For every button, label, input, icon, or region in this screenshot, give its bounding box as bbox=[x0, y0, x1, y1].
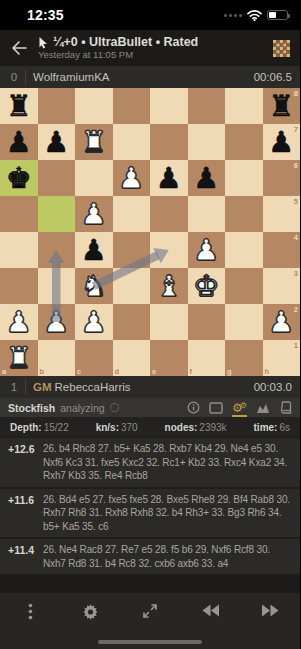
black-pawn: ♟ bbox=[150, 160, 188, 196]
black-pawn: ♟ bbox=[38, 124, 76, 160]
square-d5[interactable] bbox=[113, 196, 151, 232]
rank-label-6: 6 bbox=[294, 162, 298, 170]
square-b8[interactable] bbox=[38, 88, 76, 124]
engine-stat-nodes: nodes:2393k bbox=[165, 422, 227, 433]
black-king: ♚ bbox=[0, 160, 38, 196]
square-g4[interactable] bbox=[225, 232, 263, 268]
fast-forward-icon[interactable] bbox=[240, 593, 300, 618]
square-c4[interactable]: ♟ bbox=[75, 232, 113, 268]
square-d7[interactable] bbox=[113, 124, 151, 160]
square-c7[interactable]: ♜ bbox=[75, 124, 113, 160]
white-pawn: ♟ bbox=[113, 160, 151, 196]
square-f3[interactable]: ♚ bbox=[188, 268, 226, 304]
square-c2[interactable]: ♟ bbox=[75, 304, 113, 340]
square-e7[interactable] bbox=[150, 124, 188, 160]
file-label-a: a bbox=[2, 368, 6, 376]
player-name-bottom[interactable]: GMRebeccaHarris bbox=[33, 381, 254, 393]
engine-bar: Stockfish analyzing ⚙⚙ bbox=[0, 398, 300, 417]
square-a8[interactable]: ♜ bbox=[0, 88, 38, 124]
square-b2[interactable]: ♟ bbox=[38, 304, 76, 340]
square-h3[interactable]: 3 bbox=[263, 268, 301, 304]
info-icon[interactable] bbox=[187, 398, 200, 417]
square-e4[interactable] bbox=[150, 232, 188, 268]
square-b1[interactable]: b bbox=[38, 340, 76, 376]
square-e3[interactable]: ♝ bbox=[150, 268, 188, 304]
square-b4[interactable] bbox=[38, 232, 76, 268]
square-g6[interactable] bbox=[225, 160, 263, 196]
black-pawn: ♟ bbox=[75, 232, 113, 268]
file-label-d: d bbox=[115, 368, 120, 376]
book-icon[interactable] bbox=[279, 398, 292, 417]
engine-line-2[interactable]: +11.626. Bd4 e5 27. fxe5 fxe5 28. Bxe5 R… bbox=[0, 489, 300, 540]
square-h4[interactable]: 4 bbox=[263, 232, 301, 268]
square-d8[interactable] bbox=[113, 88, 151, 124]
status-bar: 12:35 bbox=[0, 0, 300, 30]
square-c8[interactable] bbox=[75, 88, 113, 124]
game-date: Yesterday at 11:05 PM bbox=[38, 50, 198, 61]
square-h1[interactable]: 1h bbox=[263, 340, 301, 376]
square-a2[interactable]: ♟ bbox=[0, 304, 38, 340]
square-f4[interactable]: ♟ bbox=[188, 232, 226, 268]
square-a5[interactable] bbox=[0, 196, 38, 232]
board-icon[interactable] bbox=[209, 398, 223, 417]
engine-name: Stockfish bbox=[8, 402, 55, 414]
engine-tabs: ⚙⚙ bbox=[187, 398, 292, 417]
square-b7[interactable]: ♟ bbox=[38, 124, 76, 160]
analyzing-spinner bbox=[110, 403, 119, 412]
square-g2[interactable] bbox=[225, 304, 263, 340]
engine-lines: +12.626. b4 Rhc8 27. b5+ Ka5 28. Rxb7 Kb… bbox=[0, 438, 300, 576]
rank-label-7: 7 bbox=[294, 126, 298, 134]
square-g8[interactable] bbox=[225, 88, 263, 124]
square-h2[interactable]: 2♟ bbox=[263, 304, 301, 340]
player-name-top[interactable]: WolframiumKA bbox=[33, 71, 254, 83]
square-b5[interactable] bbox=[38, 196, 76, 232]
square-h7[interactable]: 7♟ bbox=[263, 124, 301, 160]
square-e1[interactable]: e bbox=[150, 340, 188, 376]
square-c5[interactable]: ♟ bbox=[75, 196, 113, 232]
square-f2[interactable] bbox=[188, 304, 226, 340]
settings-gear-icon[interactable] bbox=[60, 593, 120, 620]
engine-stat-time: time:6s bbox=[254, 422, 290, 433]
square-a6[interactable]: ♚ bbox=[0, 160, 38, 196]
square-b6[interactable] bbox=[38, 160, 76, 196]
wifi-icon bbox=[247, 10, 262, 21]
cellular-icon bbox=[224, 14, 242, 17]
square-c3[interactable]: ♞ bbox=[75, 268, 113, 304]
square-d3[interactable] bbox=[113, 268, 151, 304]
white-knight: ♞ bbox=[75, 268, 113, 304]
rewind-icon[interactable] bbox=[180, 593, 240, 618]
engine-stat-depth: Depth:15/22 bbox=[10, 422, 69, 433]
square-b3[interactable] bbox=[38, 268, 76, 304]
player-bar-top: 0 WolframiumKA 00:06.5 bbox=[0, 66, 300, 88]
rank-label-8: 8 bbox=[294, 90, 298, 98]
rank-label-3: 3 bbox=[294, 270, 298, 278]
analysis-screen: 12:35 ¼+ bbox=[0, 0, 300, 649]
square-f1[interactable]: f bbox=[188, 340, 226, 376]
file-label-f: f bbox=[190, 368, 193, 376]
rank-label-1: 1 bbox=[294, 342, 298, 350]
ultrabullet-icon bbox=[38, 36, 49, 49]
game-title: ¼+0 • UltraBullet • Rated bbox=[53, 35, 198, 49]
rank-label-4: 4 bbox=[294, 234, 298, 242]
line-moves: 26. Bd4 e5 27. fxe5 fxe5 28. Bxe5 Rhe8 2… bbox=[43, 493, 292, 534]
back-button[interactable] bbox=[10, 40, 36, 56]
black-pawn: ♟ bbox=[188, 160, 226, 196]
square-f7[interactable] bbox=[188, 124, 226, 160]
battery-icon bbox=[267, 10, 288, 20]
engine-status: analyzing bbox=[60, 402, 104, 414]
player-clock-bottom: 00:03.0 bbox=[254, 381, 292, 393]
square-d4[interactable] bbox=[113, 232, 151, 268]
rank-label-5: 5 bbox=[294, 198, 298, 206]
back-arrow-icon bbox=[10, 40, 28, 56]
line-moves: 26. b4 Rhc8 27. b5+ Ka5 28. Rxb7 Kb4 29.… bbox=[43, 442, 292, 483]
menu-kebab-icon[interactable] bbox=[0, 593, 60, 620]
white-pawn: ♟ bbox=[0, 304, 38, 340]
square-h5[interactable]: 5 bbox=[263, 196, 301, 232]
white-pawn: ♟ bbox=[188, 232, 226, 268]
expand-icon[interactable] bbox=[120, 593, 180, 619]
square-c6[interactable] bbox=[75, 160, 113, 196]
square-h8[interactable]: 8♜ bbox=[263, 88, 301, 124]
engine-gears-icon[interactable]: ⚙⚙ bbox=[232, 398, 247, 417]
square-a7[interactable]: ♟ bbox=[0, 124, 38, 160]
player-clock-top: 00:06.5 bbox=[254, 71, 292, 83]
white-pawn: ♟ bbox=[75, 304, 113, 340]
engine-stats: Depth:15/22kn/s:370nodes:2393ktime:6s bbox=[0, 417, 300, 438]
chart-icon[interactable] bbox=[256, 398, 270, 417]
square-h6[interactable]: 6 bbox=[263, 160, 301, 196]
clock-time: 12:35 bbox=[27, 7, 64, 23]
file-label-g: g bbox=[227, 368, 232, 376]
white-king: ♚ bbox=[188, 268, 226, 304]
file-label-h: h bbox=[265, 368, 270, 376]
line-moves: 26. Ne4 Rac8 27. Re7 e5 28. f5 b6 29. Nx… bbox=[43, 543, 292, 570]
square-d6[interactable]: ♟ bbox=[113, 160, 151, 196]
black-rook: ♜ bbox=[0, 88, 38, 124]
player-score: 0 bbox=[8, 71, 20, 83]
square-a3[interactable] bbox=[0, 268, 38, 304]
square-d1[interactable]: d bbox=[113, 340, 151, 376]
square-g7[interactable] bbox=[225, 124, 263, 160]
file-label-e: e bbox=[152, 368, 156, 376]
square-g3[interactable] bbox=[225, 268, 263, 304]
square-g5[interactable] bbox=[225, 196, 263, 232]
square-f8[interactable] bbox=[188, 88, 226, 124]
player-score: 1 bbox=[8, 381, 20, 393]
line-eval: +11.6 bbox=[8, 493, 43, 534]
line-eval: +11.4 bbox=[8, 543, 43, 570]
square-c1[interactable]: c bbox=[75, 340, 113, 376]
square-e8[interactable] bbox=[150, 88, 188, 124]
white-pawn: ♟ bbox=[38, 304, 76, 340]
engine-stat-kns: kn/s:370 bbox=[96, 422, 138, 433]
board-thumbnail-icon[interactable] bbox=[273, 40, 290, 57]
square-e6[interactable]: ♟ bbox=[150, 160, 188, 196]
square-a1[interactable]: a♜ bbox=[0, 340, 38, 376]
black-pawn: ♟ bbox=[0, 124, 38, 160]
file-label-c: c bbox=[77, 368, 81, 376]
square-f5[interactable] bbox=[188, 196, 226, 232]
square-g1[interactable]: g bbox=[225, 340, 263, 376]
white-rook: ♜ bbox=[75, 124, 113, 160]
rank-label-2: 2 bbox=[294, 306, 298, 314]
white-bishop: ♝ bbox=[150, 268, 188, 304]
file-label-b: b bbox=[40, 368, 45, 376]
engine-line-1[interactable]: +12.626. b4 Rhc8 27. b5+ Ka5 28. Rxb7 Kb… bbox=[0, 438, 300, 489]
square-d2[interactable] bbox=[113, 304, 151, 340]
player-title-badge: GM bbox=[33, 381, 52, 393]
square-e2[interactable] bbox=[150, 304, 188, 340]
square-e5[interactable] bbox=[150, 196, 188, 232]
white-pawn: ♟ bbox=[75, 196, 113, 232]
chess-board[interactable]: ♜8♜♟♟♜7♟♚♟♟♟6♟5♟♟4♞♝♚3♟♟♟2♟a♜bcdefg1h bbox=[0, 88, 300, 376]
square-f6[interactable]: ♟ bbox=[188, 160, 226, 196]
header: ¼+0 • UltraBullet • Rated Yesterday at 1… bbox=[0, 30, 300, 66]
line-eval: +12.6 bbox=[8, 442, 43, 483]
square-a4[interactable] bbox=[0, 232, 38, 268]
home-indicator[interactable] bbox=[98, 640, 202, 644]
player-bar-bottom: 1 GMRebeccaHarris 00:03.0 bbox=[0, 376, 300, 398]
engine-line-3[interactable]: +11.426. Ne4 Rac8 27. Re7 e5 28. f5 b6 2… bbox=[0, 539, 300, 576]
